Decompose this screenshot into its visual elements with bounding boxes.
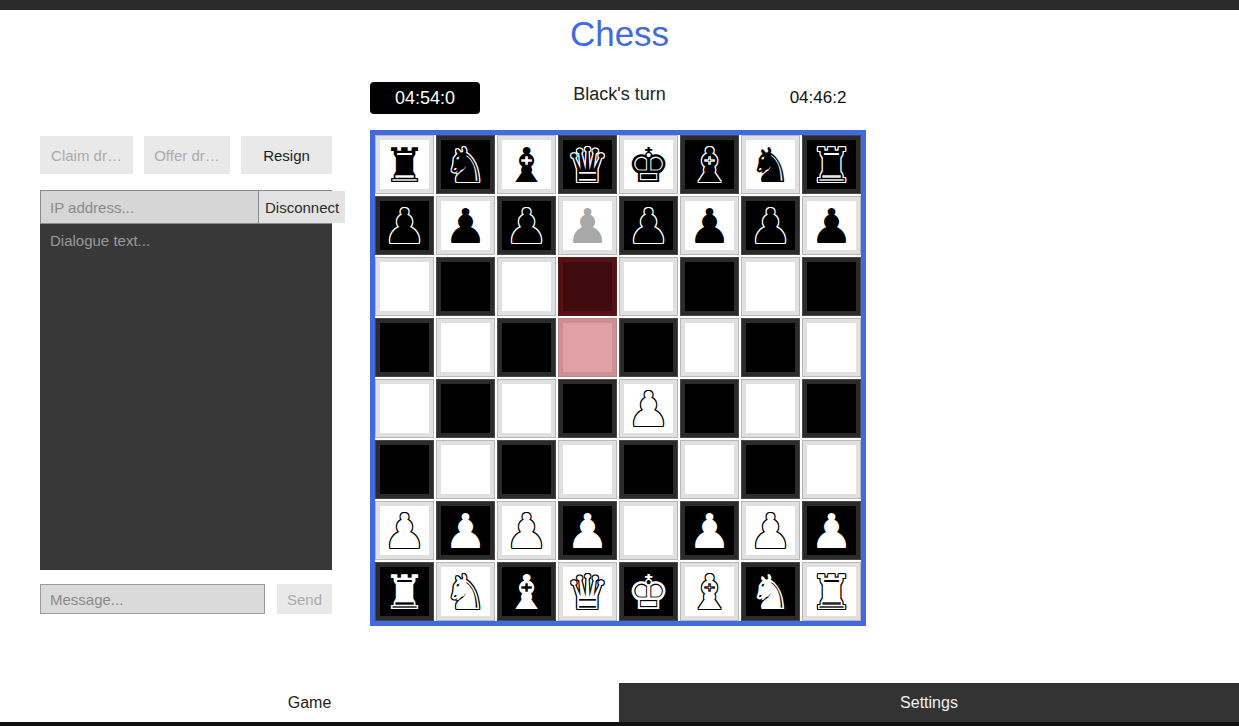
white-pawn-icon: ♟	[566, 507, 609, 555]
square-g2[interactable]: ♟	[741, 501, 800, 560]
square-a2[interactable]: ♟	[375, 501, 434, 560]
disconnect-button[interactable]: Disconnect	[259, 191, 345, 223]
square-d8[interactable]: ♛	[558, 135, 617, 194]
square-f1[interactable]: ♝	[680, 562, 739, 621]
black-bishop-icon: ♝	[505, 141, 548, 189]
square-f7[interactable]: ♟	[680, 196, 739, 255]
square-e3[interactable]	[619, 440, 678, 499]
square-a3[interactable]	[375, 440, 434, 499]
square-d3[interactable]	[558, 440, 617, 499]
square-a1[interactable]: ♜	[375, 562, 434, 621]
square-h6[interactable]	[802, 257, 861, 316]
white-pawn-icon: ♟	[749, 507, 792, 555]
black-rook-icon: ♜	[383, 141, 426, 189]
top-window-bar	[0, 0, 1239, 10]
square-c6[interactable]	[497, 257, 556, 316]
claim-draw-button[interactable]: Claim dr…	[40, 136, 133, 174]
square-g7[interactable]: ♟	[741, 196, 800, 255]
square-b4[interactable]	[436, 379, 495, 438]
offer-draw-button[interactable]: Offer dr…	[144, 136, 230, 174]
white-pawn-icon: ♟	[627, 385, 670, 433]
square-d4[interactable]	[558, 379, 617, 438]
square-h8[interactable]: ♜	[802, 135, 861, 194]
tab-settings[interactable]: Settings	[619, 683, 1239, 722]
square-g6[interactable]	[741, 257, 800, 316]
square-g3[interactable]	[741, 440, 800, 499]
page-title: Chess	[0, 14, 1239, 54]
white-bishop-icon: ♝	[688, 568, 731, 616]
square-e2[interactable]	[619, 501, 678, 560]
square-h2[interactable]: ♟	[802, 501, 861, 560]
resign-button[interactable]: Resign	[241, 136, 332, 174]
square-e6[interactable]	[619, 257, 678, 316]
square-c8[interactable]: ♝	[497, 135, 556, 194]
black-knight-icon: ♞	[749, 141, 792, 189]
connection-bar: Disconnect	[40, 190, 332, 224]
white-pawn-icon: ♟	[688, 507, 731, 555]
square-h3[interactable]	[802, 440, 861, 499]
square-b2[interactable]: ♟	[436, 501, 495, 560]
square-h5[interactable]	[802, 318, 861, 377]
right-clock: 04:46:2	[778, 88, 858, 108]
tab-settings-label: Settings	[900, 694, 958, 712]
white-pawn-icon: ♟	[810, 507, 853, 555]
white-knight-icon: ♞	[444, 568, 487, 616]
send-button[interactable]: Send	[277, 584, 332, 614]
square-g1[interactable]: ♞	[741, 562, 800, 621]
square-f3[interactable]	[680, 440, 739, 499]
white-rook-icon: ♜	[810, 568, 853, 616]
square-d2[interactable]: ♟	[558, 501, 617, 560]
white-queen-icon: ♛	[566, 568, 609, 616]
white-pawn-icon: ♟	[383, 507, 426, 555]
square-a8[interactable]: ♜	[375, 135, 434, 194]
square-c7[interactable]: ♟	[497, 196, 556, 255]
black-king-icon: ♚	[627, 141, 670, 189]
white-pawn-icon: ♟	[505, 507, 548, 555]
square-e5[interactable]	[619, 318, 678, 377]
tab-game[interactable]: Game	[0, 683, 619, 722]
black-rook-icon: ♜	[810, 141, 853, 189]
white-rook-icon: ♜	[383, 568, 426, 616]
square-h7[interactable]: ♟	[802, 196, 861, 255]
bottom-window-bar	[0, 722, 1239, 726]
square-b8[interactable]: ♞	[436, 135, 495, 194]
white-knight-icon: ♞	[749, 568, 792, 616]
square-b1[interactable]: ♞	[436, 562, 495, 621]
ip-address-input[interactable]	[41, 191, 259, 223]
square-f4[interactable]	[680, 379, 739, 438]
black-bishop-icon: ♝	[688, 141, 731, 189]
white-pawn-icon: ♟	[444, 507, 487, 555]
square-f8[interactable]: ♝	[680, 135, 739, 194]
square-d5[interactable]	[558, 318, 617, 377]
square-a5[interactable]	[375, 318, 434, 377]
black-pawn-icon: ♟	[444, 202, 487, 250]
square-e8[interactable]: ♚	[619, 135, 678, 194]
black-pawn-icon: ♟	[627, 202, 670, 250]
black-pawn-icon: ♟	[383, 202, 426, 250]
black-pawn-icon: ♟	[505, 202, 548, 250]
square-e7[interactable]: ♟	[619, 196, 678, 255]
white-bishop-icon: ♝	[505, 568, 548, 616]
square-c1[interactable]: ♝	[497, 562, 556, 621]
square-c4[interactable]	[497, 379, 556, 438]
square-b3[interactable]	[436, 440, 495, 499]
square-b6[interactable]	[436, 257, 495, 316]
square-f2[interactable]: ♟	[680, 501, 739, 560]
square-a4[interactable]	[375, 379, 434, 438]
black-knight-icon: ♞	[444, 141, 487, 189]
right-clock-value: 04:46:2	[790, 88, 847, 107]
black-pawn-icon: ♟	[566, 202, 609, 250]
square-f5[interactable]	[680, 318, 739, 377]
square-f6[interactable]	[680, 257, 739, 316]
square-a7[interactable]: ♟	[375, 196, 434, 255]
square-d6[interactable]	[558, 257, 617, 316]
square-g8[interactable]: ♞	[741, 135, 800, 194]
square-e1[interactable]: ♚	[619, 562, 678, 621]
square-a6[interactable]	[375, 257, 434, 316]
square-b7[interactable]: ♟	[436, 196, 495, 255]
square-d7[interactable]: ♟	[558, 196, 617, 255]
chess-board: ♜♞♝♛♚♝♞♜♟♟♟♟♟♟♟♟♟♟♟♟♟♟♟♟♜♞♝♛♚♝♞♜	[370, 130, 866, 626]
tab-game-label: Game	[288, 694, 332, 712]
square-c2[interactable]: ♟	[497, 501, 556, 560]
turn-indicator: Black's turn	[0, 84, 1239, 105]
square-g4[interactable]	[741, 379, 800, 438]
square-c5[interactable]	[497, 318, 556, 377]
square-c3[interactable]	[497, 440, 556, 499]
black-pawn-icon: ♟	[688, 202, 731, 250]
square-h4[interactable]	[802, 379, 861, 438]
square-e4[interactable]: ♟	[619, 379, 678, 438]
white-king-icon: ♚	[627, 568, 670, 616]
square-g5[interactable]	[741, 318, 800, 377]
chess-app-window: Chess 04:54:0 Black's turn 04:46:2 Claim…	[0, 0, 1239, 726]
dialogue-log	[40, 224, 332, 570]
black-pawn-icon: ♟	[749, 202, 792, 250]
black-queen-icon: ♛	[566, 141, 609, 189]
message-input[interactable]	[40, 584, 265, 614]
black-pawn-icon: ♟	[810, 202, 853, 250]
square-b5[interactable]	[436, 318, 495, 377]
square-h1[interactable]: ♜	[802, 562, 861, 621]
square-d1[interactable]: ♛	[558, 562, 617, 621]
